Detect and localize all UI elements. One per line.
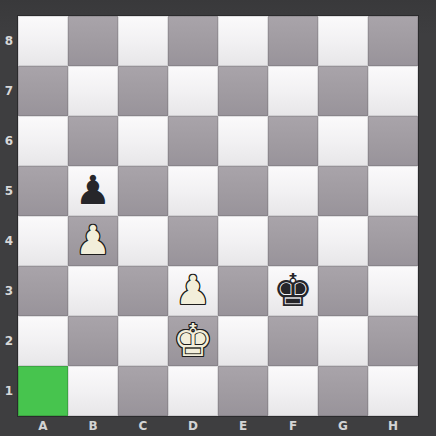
- file-label-c: C: [118, 417, 168, 436]
- square-e3[interactable]: [218, 266, 268, 316]
- square-b7[interactable]: [68, 66, 118, 116]
- square-c3[interactable]: [118, 266, 168, 316]
- square-g1[interactable]: [318, 366, 368, 416]
- rank-label-2: 2: [0, 316, 18, 366]
- square-f2[interactable]: [268, 316, 318, 366]
- rank-labels: 87654321: [0, 16, 18, 416]
- square-b8[interactable]: [68, 16, 118, 66]
- piece-black-king[interactable]: ♚: [273, 268, 313, 313]
- square-h8[interactable]: [368, 16, 418, 66]
- square-g5[interactable]: [318, 166, 368, 216]
- square-a5[interactable]: [18, 166, 68, 216]
- square-f3[interactable]: ♚: [268, 266, 318, 316]
- square-a6[interactable]: [18, 116, 68, 166]
- square-c1[interactable]: [118, 366, 168, 416]
- rank-label-5: 5: [0, 166, 18, 216]
- file-labels: ABCDEFGH: [18, 417, 418, 436]
- square-f6[interactable]: [268, 116, 318, 166]
- square-f1[interactable]: [268, 366, 318, 416]
- square-b4[interactable]: ♟: [68, 216, 118, 266]
- rank-label-7: 7: [0, 66, 18, 116]
- square-e4[interactable]: [218, 216, 268, 266]
- square-d6[interactable]: [168, 116, 218, 166]
- square-f5[interactable]: [268, 166, 318, 216]
- square-g3[interactable]: [318, 266, 368, 316]
- square-c4[interactable]: [118, 216, 168, 266]
- square-h5[interactable]: [368, 166, 418, 216]
- square-d3[interactable]: ♟: [168, 266, 218, 316]
- rank-label-4: 4: [0, 216, 18, 266]
- square-e1[interactable]: [218, 366, 268, 416]
- square-a2[interactable]: [18, 316, 68, 366]
- rank-label-6: 6: [0, 116, 18, 166]
- square-g8[interactable]: [318, 16, 368, 66]
- square-f4[interactable]: [268, 216, 318, 266]
- square-g4[interactable]: [318, 216, 368, 266]
- square-e7[interactable]: [218, 66, 268, 116]
- square-c7[interactable]: [118, 66, 168, 116]
- square-h1[interactable]: [368, 366, 418, 416]
- chess-board[interactable]: ♟♟♟♚♚: [18, 16, 418, 416]
- square-h6[interactable]: [368, 116, 418, 166]
- square-d1[interactable]: [168, 366, 218, 416]
- square-g2[interactable]: [318, 316, 368, 366]
- square-c6[interactable]: [118, 116, 168, 166]
- square-a3[interactable]: [18, 266, 68, 316]
- board-frame: 87654321 ♟♟♟♚♚ ABCDEFGH: [0, 0, 436, 436]
- piece-white-king[interactable]: ♚: [173, 318, 213, 363]
- file-label-b: B: [68, 417, 118, 436]
- square-f8[interactable]: [268, 16, 318, 66]
- file-label-f: F: [268, 417, 318, 436]
- square-h2[interactable]: [368, 316, 418, 366]
- square-d4[interactable]: [168, 216, 218, 266]
- square-a7[interactable]: [18, 66, 68, 116]
- square-c2[interactable]: [118, 316, 168, 366]
- rank-label-8: 8: [0, 16, 18, 66]
- square-h4[interactable]: [368, 216, 418, 266]
- file-label-h: H: [368, 417, 418, 436]
- square-e6[interactable]: [218, 116, 268, 166]
- rank-label-1: 1: [0, 366, 18, 416]
- square-d5[interactable]: [168, 166, 218, 216]
- square-b1[interactable]: [68, 366, 118, 416]
- file-label-e: E: [218, 417, 268, 436]
- square-d8[interactable]: [168, 16, 218, 66]
- square-h3[interactable]: [368, 266, 418, 316]
- square-e5[interactable]: [218, 166, 268, 216]
- square-b2[interactable]: [68, 316, 118, 366]
- square-a8[interactable]: [18, 16, 68, 66]
- file-label-a: A: [18, 417, 68, 436]
- square-a1[interactable]: [18, 366, 68, 416]
- piece-white-pawn[interactable]: ♟: [75, 220, 111, 260]
- square-d2[interactable]: ♚: [168, 316, 218, 366]
- square-e8[interactable]: [218, 16, 268, 66]
- square-c5[interactable]: [118, 166, 168, 216]
- square-g6[interactable]: [318, 116, 368, 166]
- square-d7[interactable]: [168, 66, 218, 116]
- rank-label-3: 3: [0, 266, 18, 316]
- square-h7[interactable]: [368, 66, 418, 116]
- square-f7[interactable]: [268, 66, 318, 116]
- piece-white-pawn[interactable]: ♟: [175, 270, 211, 310]
- square-b6[interactable]: [68, 116, 118, 166]
- square-e2[interactable]: [218, 316, 268, 366]
- piece-black-pawn[interactable]: ♟: [75, 170, 111, 210]
- square-b3[interactable]: [68, 266, 118, 316]
- square-c8[interactable]: [118, 16, 168, 66]
- square-g7[interactable]: [318, 66, 368, 116]
- square-a4[interactable]: [18, 216, 68, 266]
- file-label-g: G: [318, 417, 368, 436]
- square-b5[interactable]: ♟: [68, 166, 118, 216]
- file-label-d: D: [168, 417, 218, 436]
